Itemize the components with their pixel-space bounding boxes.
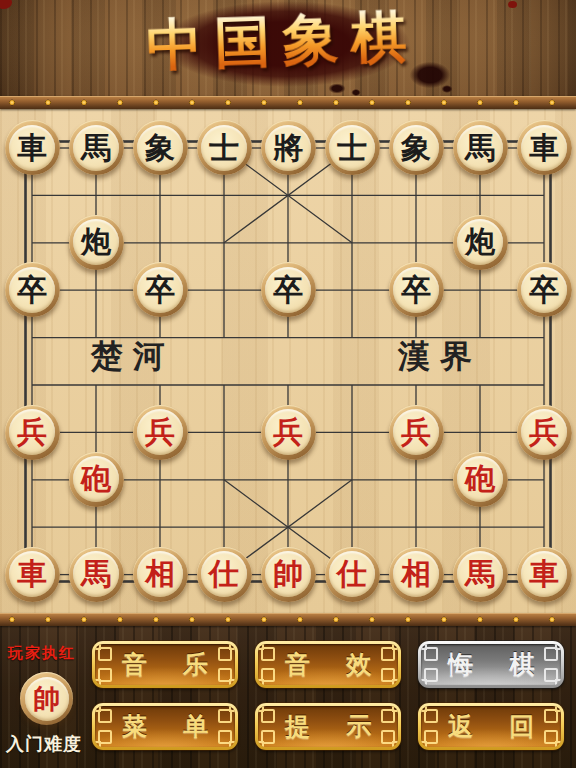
piece-face: 馬 bbox=[457, 125, 503, 171]
button-label: 返回 bbox=[421, 714, 561, 739]
corner-ornament bbox=[381, 668, 395, 682]
corner-ornament bbox=[381, 730, 395, 744]
control-panel: 玩家执红 帥 入门难度 音乐 音效 悔棋 菜单 提示 返回 bbox=[0, 626, 576, 768]
piece-glyph: 象 bbox=[401, 133, 431, 163]
piece-face: 仕 bbox=[329, 551, 375, 597]
button-label: 提示 bbox=[258, 714, 398, 739]
piece-glyph: 車 bbox=[529, 133, 559, 163]
piece-face: 卒 bbox=[137, 267, 183, 313]
piece-face: 車 bbox=[521, 125, 567, 171]
corner-ornament bbox=[218, 668, 232, 682]
piece-仕[interactable]: 仕 bbox=[197, 547, 252, 602]
piece-glyph: 卒 bbox=[145, 275, 175, 305]
piece-face: 馬 bbox=[457, 551, 503, 597]
corner-ornament bbox=[261, 709, 275, 723]
undo-button[interactable]: 悔棋 bbox=[418, 641, 564, 688]
piece-face: 砲 bbox=[457, 456, 503, 502]
header: 中国象棋 bbox=[0, 0, 576, 96]
piece-卒[interactable]: 卒 bbox=[261, 262, 316, 317]
piece-face: 兵 bbox=[137, 409, 183, 455]
piece-glyph: 炮 bbox=[81, 227, 111, 257]
piece-glyph: 車 bbox=[17, 133, 47, 163]
corner-ornament bbox=[424, 668, 438, 682]
back-button[interactable]: 返回 bbox=[418, 703, 564, 750]
red-speck bbox=[508, 1, 517, 8]
piece-glyph: 車 bbox=[17, 559, 47, 589]
piece-glyph: 卒 bbox=[401, 275, 431, 305]
corner-ornament bbox=[544, 730, 558, 744]
button-face: 返回 bbox=[421, 706, 561, 747]
piece-仕[interactable]: 仕 bbox=[325, 547, 380, 602]
piece-glyph: 相 bbox=[145, 559, 175, 589]
piece-glyph: 象 bbox=[145, 133, 175, 163]
corner-ornament bbox=[544, 668, 558, 682]
piece-炮[interactable]: 炮 bbox=[453, 215, 508, 270]
piece-glyph: 兵 bbox=[273, 417, 303, 447]
piece-帥[interactable]: 帥 bbox=[261, 547, 316, 602]
piece-卒[interactable]: 卒 bbox=[517, 262, 572, 317]
piece-face: 車 bbox=[521, 551, 567, 597]
piece-卒[interactable]: 卒 bbox=[389, 262, 444, 317]
piece-glyph: 兵 bbox=[401, 417, 431, 447]
piece-glyph: 砲 bbox=[465, 464, 495, 494]
piece-glyph: 馬 bbox=[465, 133, 495, 163]
piece-glyph: 卒 bbox=[529, 275, 559, 305]
piece-士[interactable]: 士 bbox=[325, 120, 380, 175]
piece-face: 將 bbox=[265, 125, 311, 171]
corner-ornament bbox=[218, 709, 232, 723]
piece-炮[interactable]: 炮 bbox=[69, 215, 124, 270]
corner-ornament bbox=[261, 730, 275, 744]
piece-layer: 車馬象士將士象馬車炮炮卒卒卒卒卒兵兵兵兵兵砲砲車馬相仕帥仕相馬車 bbox=[0, 124, 576, 598]
piece-相[interactable]: 相 bbox=[389, 547, 444, 602]
button-label: 悔棋 bbox=[421, 652, 561, 677]
piece-車[interactable]: 車 bbox=[5, 547, 60, 602]
corner-ornament bbox=[98, 730, 112, 744]
ink-blob bbox=[440, 84, 454, 94]
piece-馬[interactable]: 馬 bbox=[69, 547, 124, 602]
piece-face: 帥 bbox=[265, 551, 311, 597]
corner-ornament bbox=[381, 709, 395, 723]
corner-ornament bbox=[544, 647, 558, 661]
piece-兵[interactable]: 兵 bbox=[261, 405, 316, 460]
corner-ornament bbox=[424, 647, 438, 661]
piece-face: 馬 bbox=[73, 125, 119, 171]
corner-ornament bbox=[98, 668, 112, 682]
corner-ornament bbox=[261, 647, 275, 661]
piece-face: 車 bbox=[9, 551, 55, 597]
button-face: 音效 bbox=[258, 644, 398, 685]
ink-blob bbox=[326, 82, 348, 95]
piece-glyph: 帥 bbox=[273, 559, 303, 589]
piece-glyph: 兵 bbox=[145, 417, 175, 447]
piece-face: 士 bbox=[201, 125, 247, 171]
corner-ornament bbox=[98, 647, 112, 661]
xiangqi-board[interactable]: 楚河 漢界 車馬象士將士象馬車炮炮卒卒卒卒卒兵兵兵兵兵砲砲車馬相仕帥仕相馬車 bbox=[0, 109, 576, 613]
hint-button[interactable]: 提示 bbox=[255, 703, 401, 750]
piece-將[interactable]: 將 bbox=[261, 120, 316, 175]
piece-face: 卒 bbox=[521, 267, 567, 313]
corner-ornament bbox=[381, 647, 395, 661]
piece-glyph: 兵 bbox=[17, 417, 47, 447]
piece-glyph: 相 bbox=[401, 559, 431, 589]
piece-face: 象 bbox=[137, 125, 183, 171]
piece-glyph: 卒 bbox=[273, 275, 303, 305]
piece-glyph: 馬 bbox=[81, 559, 111, 589]
button-face: 悔棋 bbox=[421, 644, 561, 685]
piece-glyph: 士 bbox=[337, 133, 367, 163]
button-face: 菜单 bbox=[95, 706, 235, 747]
piece-face: 車 bbox=[9, 125, 55, 171]
piece-face: 炮 bbox=[73, 219, 119, 265]
piece-馬[interactable]: 馬 bbox=[453, 120, 508, 175]
piece-face: 炮 bbox=[457, 219, 503, 265]
button-label: 音效 bbox=[258, 652, 398, 677]
piece-glyph: 士 bbox=[209, 133, 239, 163]
menu-button[interactable]: 菜单 bbox=[92, 703, 238, 750]
button-grid: 音乐 音效 悔棋 菜单 提示 返回 bbox=[92, 641, 564, 750]
button-face: 提示 bbox=[258, 706, 398, 747]
side-indicator-glyph: 帥 bbox=[33, 685, 60, 712]
piece-glyph: 將 bbox=[273, 133, 303, 163]
piece-兵[interactable]: 兵 bbox=[133, 405, 188, 460]
app-screen: 中国象棋 楚河 漢界 車馬象士將士象馬車炮炮卒卒卒卒卒兵兵兵兵兵砲砲車馬相仕帥仕… bbox=[0, 0, 576, 768]
piece-face: 砲 bbox=[73, 456, 119, 502]
piece-車[interactable]: 車 bbox=[5, 120, 60, 175]
corner-ornament bbox=[261, 668, 275, 682]
corner-ornament bbox=[218, 730, 232, 744]
piece-兵[interactable]: 兵 bbox=[517, 405, 572, 460]
button-label: 菜单 bbox=[95, 714, 235, 739]
corner-ornament bbox=[218, 647, 232, 661]
piece-face: 象 bbox=[393, 125, 439, 171]
piece-face: 卒 bbox=[393, 267, 439, 313]
button-label: 音乐 bbox=[95, 652, 235, 677]
corner-ornament bbox=[424, 730, 438, 744]
piece-face: 相 bbox=[393, 551, 439, 597]
sound-button[interactable]: 音效 bbox=[255, 641, 401, 688]
piece-glyph: 馬 bbox=[81, 133, 111, 163]
piece-face: 卒 bbox=[265, 267, 311, 313]
piece-face: 士 bbox=[329, 125, 375, 171]
player-side-label: 玩家执红 bbox=[8, 644, 76, 663]
piece-glyph: 炮 bbox=[465, 227, 495, 257]
piece-glyph: 馬 bbox=[465, 559, 495, 589]
corner-ornament bbox=[424, 709, 438, 723]
piece-face: 馬 bbox=[73, 551, 119, 597]
piece-glyph: 卒 bbox=[17, 275, 47, 305]
piece-砲[interactable]: 砲 bbox=[69, 452, 124, 507]
stud-rail-top bbox=[0, 96, 576, 109]
music-button[interactable]: 音乐 bbox=[92, 641, 238, 688]
piece-face: 兵 bbox=[521, 409, 567, 455]
piece-face: 兵 bbox=[265, 409, 311, 455]
piece-象[interactable]: 象 bbox=[133, 120, 188, 175]
piece-face: 卒 bbox=[9, 267, 55, 313]
piece-glyph: 砲 bbox=[81, 464, 111, 494]
red-speck bbox=[0, 0, 12, 9]
side-indicator-piece: 帥 bbox=[20, 672, 73, 725]
piece-face: 帥 bbox=[25, 677, 69, 721]
piece-車[interactable]: 車 bbox=[517, 547, 572, 602]
piece-glyph: 車 bbox=[529, 559, 559, 589]
difficulty-label: 入门难度 bbox=[6, 732, 82, 756]
piece-相[interactable]: 相 bbox=[133, 547, 188, 602]
stud-rail-bottom bbox=[0, 613, 576, 626]
piece-glyph: 仕 bbox=[337, 559, 367, 589]
piece-士[interactable]: 士 bbox=[197, 120, 252, 175]
piece-砲[interactable]: 砲 bbox=[453, 452, 508, 507]
piece-face: 仕 bbox=[201, 551, 247, 597]
corner-ornament bbox=[98, 709, 112, 723]
piece-glyph: 仕 bbox=[209, 559, 239, 589]
piece-face: 相 bbox=[137, 551, 183, 597]
corner-ornament bbox=[544, 709, 558, 723]
piece-face: 兵 bbox=[393, 409, 439, 455]
piece-馬[interactable]: 馬 bbox=[69, 120, 124, 175]
button-face: 音乐 bbox=[95, 644, 235, 685]
piece-象[interactable]: 象 bbox=[389, 120, 444, 175]
piece-兵[interactable]: 兵 bbox=[5, 405, 60, 460]
piece-卒[interactable]: 卒 bbox=[5, 262, 60, 317]
piece-glyph: 兵 bbox=[529, 417, 559, 447]
piece-卒[interactable]: 卒 bbox=[133, 262, 188, 317]
piece-兵[interactable]: 兵 bbox=[389, 405, 444, 460]
piece-馬[interactable]: 馬 bbox=[453, 547, 508, 602]
piece-face: 兵 bbox=[9, 409, 55, 455]
app-title: 中国象棋 bbox=[146, 5, 420, 76]
piece-車[interactable]: 車 bbox=[517, 120, 572, 175]
